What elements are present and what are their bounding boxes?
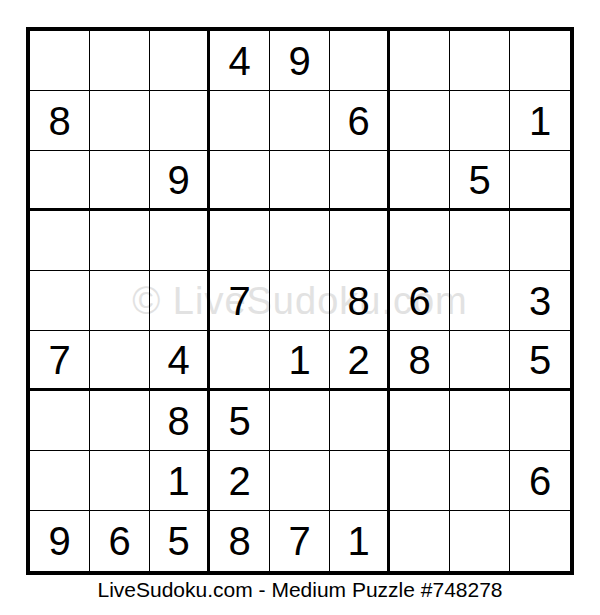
cell-r4c3[interactable]	[150, 211, 210, 271]
cell-r3c5[interactable]	[270, 151, 330, 211]
cell-r8c9: 6	[510, 451, 570, 511]
cell-r7c6[interactable]	[330, 391, 390, 451]
cell-r5c4: 7	[210, 271, 270, 331]
cell-r3c1[interactable]	[30, 151, 90, 211]
cell-r4c4[interactable]	[210, 211, 270, 271]
caption: LiveSudoku.com - Medium Puzzle #748278	[0, 578, 600, 602]
cell-r5c5[interactable]	[270, 271, 330, 331]
cell-r3c4[interactable]	[210, 151, 270, 211]
cell-r2c9: 1	[510, 91, 570, 151]
cell-r4c1[interactable]	[30, 211, 90, 271]
sudoku-page: © LiveSudoku.com 49861957863741285851269…	[0, 0, 600, 615]
cell-r5c8[interactable]	[450, 271, 510, 331]
cell-r7c4: 5	[210, 391, 270, 451]
cell-r7c7[interactable]	[390, 391, 450, 451]
cell-r8c6[interactable]	[330, 451, 390, 511]
cell-r3c9[interactable]	[510, 151, 570, 211]
cell-r2c1: 8	[30, 91, 90, 151]
cell-r2c3[interactable]	[150, 91, 210, 151]
cell-r4c9[interactable]	[510, 211, 570, 271]
cell-r9c3: 5	[150, 511, 210, 571]
cell-r4c7[interactable]	[390, 211, 450, 271]
cell-r8c5[interactable]	[270, 451, 330, 511]
cell-r5c9: 3	[510, 271, 570, 331]
cell-r1c9[interactable]	[510, 31, 570, 91]
cell-r3c6[interactable]	[330, 151, 390, 211]
cell-r1c2[interactable]	[90, 31, 150, 91]
cell-r9c7[interactable]	[390, 511, 450, 571]
cell-r9c1: 9	[30, 511, 90, 571]
cell-r8c7[interactable]	[390, 451, 450, 511]
cell-r2c2[interactable]	[90, 91, 150, 151]
cell-r5c3[interactable]	[150, 271, 210, 331]
cell-r7c2[interactable]	[90, 391, 150, 451]
cell-r2c6: 6	[330, 91, 390, 151]
cell-r1c8[interactable]	[450, 31, 510, 91]
cell-r1c4: 4	[210, 31, 270, 91]
cell-r3c7[interactable]	[390, 151, 450, 211]
cell-r6c7: 8	[390, 331, 450, 391]
cell-r1c7[interactable]	[390, 31, 450, 91]
cell-r1c5: 9	[270, 31, 330, 91]
cell-r7c9[interactable]	[510, 391, 570, 451]
cell-r2c8[interactable]	[450, 91, 510, 151]
cell-r1c1[interactable]	[30, 31, 90, 91]
cell-r9c2: 6	[90, 511, 150, 571]
cell-r1c6[interactable]	[330, 31, 390, 91]
cell-r4c6[interactable]	[330, 211, 390, 271]
cell-r3c3: 9	[150, 151, 210, 211]
cell-r6c9: 5	[510, 331, 570, 391]
cell-r9c6: 1	[330, 511, 390, 571]
cell-r2c7[interactable]	[390, 91, 450, 151]
cell-r9c8[interactable]	[450, 511, 510, 571]
cell-r6c8[interactable]	[450, 331, 510, 391]
cell-r9c5: 7	[270, 511, 330, 571]
sudoku-board: © LiveSudoku.com 49861957863741285851269…	[26, 27, 574, 575]
cell-r4c2[interactable]	[90, 211, 150, 271]
cell-r7c8[interactable]	[450, 391, 510, 451]
cell-r6c2[interactable]	[90, 331, 150, 391]
cell-r6c1: 7	[30, 331, 90, 391]
cell-r8c4: 2	[210, 451, 270, 511]
cell-r2c4[interactable]	[210, 91, 270, 151]
cell-r4c5[interactable]	[270, 211, 330, 271]
cell-r8c8[interactable]	[450, 451, 510, 511]
cell-r6c5: 1	[270, 331, 330, 391]
cell-r1c3[interactable]	[150, 31, 210, 91]
cell-r8c3: 1	[150, 451, 210, 511]
cell-r3c2[interactable]	[90, 151, 150, 211]
cell-r6c6: 2	[330, 331, 390, 391]
cell-r6c3: 4	[150, 331, 210, 391]
cell-r5c2[interactable]	[90, 271, 150, 331]
cell-r6c4[interactable]	[210, 331, 270, 391]
cell-r7c5[interactable]	[270, 391, 330, 451]
cell-r2c5[interactable]	[270, 91, 330, 151]
cell-r3c8: 5	[450, 151, 510, 211]
cell-r5c1[interactable]	[30, 271, 90, 331]
cell-r5c7: 6	[390, 271, 450, 331]
cell-r7c3: 8	[150, 391, 210, 451]
cell-r7c1[interactable]	[30, 391, 90, 451]
cell-r4c8[interactable]	[450, 211, 510, 271]
cell-r9c4: 8	[210, 511, 270, 571]
cell-r8c2[interactable]	[90, 451, 150, 511]
cell-r8c1[interactable]	[30, 451, 90, 511]
cell-r9c9[interactable]	[510, 511, 570, 571]
cell-r5c6: 8	[330, 271, 390, 331]
